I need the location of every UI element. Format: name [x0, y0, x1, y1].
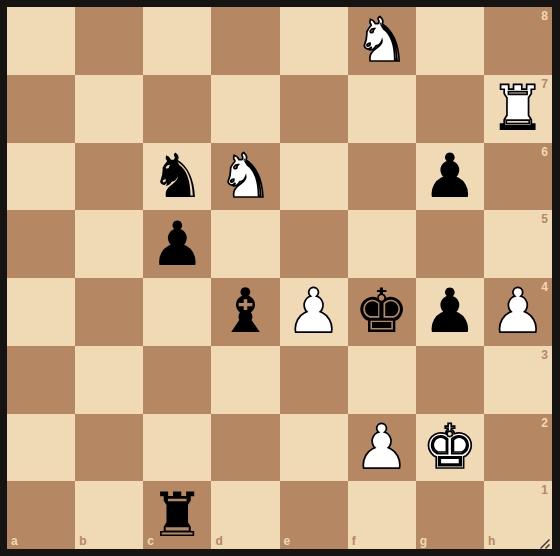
black-pawn-piece[interactable]: ♟	[422, 280, 477, 341]
square-b7[interactable]	[75, 75, 143, 143]
square-g7[interactable]	[416, 75, 484, 143]
square-c3[interactable]	[143, 346, 211, 414]
square-e3[interactable]	[280, 346, 348, 414]
square-d7[interactable]	[211, 75, 279, 143]
square-f7[interactable]	[348, 75, 416, 143]
rank-label-2: 2	[541, 417, 548, 429]
file-label-e: e	[284, 535, 291, 547]
square-d5[interactable]	[211, 210, 279, 278]
rank-label-6: 6	[541, 146, 548, 158]
square-b1[interactable]: b	[75, 481, 143, 549]
square-g3[interactable]	[416, 346, 484, 414]
square-a5[interactable]	[7, 210, 75, 278]
file-label-a: a	[11, 535, 18, 547]
square-d6[interactable]: ♞	[211, 143, 279, 211]
black-king-piece[interactable]: ♚	[354, 280, 409, 341]
square-f6[interactable]	[348, 143, 416, 211]
square-c8[interactable]	[143, 7, 211, 75]
black-rook-piece[interactable]: ♜	[150, 484, 205, 545]
square-f1[interactable]: f	[348, 481, 416, 549]
square-h4[interactable]: 4♟	[484, 278, 552, 346]
square-c6[interactable]: ♞	[143, 143, 211, 211]
board-resize-handle-icon[interactable]	[539, 536, 551, 548]
square-c4[interactable]	[143, 278, 211, 346]
square-g2[interactable]: ♚	[416, 414, 484, 482]
square-b4[interactable]	[75, 278, 143, 346]
square-g1[interactable]: g	[416, 481, 484, 549]
square-h3[interactable]: 3	[484, 346, 552, 414]
square-a6[interactable]	[7, 143, 75, 211]
square-e1[interactable]: e	[280, 481, 348, 549]
square-f2[interactable]: ♟	[348, 414, 416, 482]
white-pawn-piece[interactable]: ♟	[354, 416, 409, 477]
white-rook-piece[interactable]: ♜	[491, 77, 546, 138]
white-king-piece[interactable]: ♚	[422, 416, 477, 477]
square-f5[interactable]	[348, 210, 416, 278]
file-label-g: g	[420, 535, 427, 547]
black-pawn-piece[interactable]: ♟	[150, 213, 205, 274]
rank-label-1: 1	[541, 484, 548, 496]
square-f3[interactable]	[348, 346, 416, 414]
square-d8[interactable]	[211, 7, 279, 75]
square-d2[interactable]	[211, 414, 279, 482]
file-label-b: b	[79, 535, 86, 547]
chess-board: ♞87♜♞♞♟6♟5♝♟♚♟4♟3♟♚2abc♜defg1h	[7, 7, 552, 549]
square-g6[interactable]: ♟	[416, 143, 484, 211]
white-knight-piece[interactable]: ♞	[354, 9, 409, 70]
white-pawn-piece[interactable]: ♟	[286, 280, 341, 341]
square-a7[interactable]	[7, 75, 75, 143]
rank-label-5: 5	[541, 213, 548, 225]
square-e8[interactable]	[280, 7, 348, 75]
square-h1[interactable]: 1h	[484, 481, 552, 549]
square-b6[interactable]	[75, 143, 143, 211]
square-e7[interactable]	[280, 75, 348, 143]
chess-board-frame: ♞87♜♞♞♟6♟5♝♟♚♟4♟3♟♚2abc♜defg1h	[0, 0, 560, 556]
square-e4[interactable]: ♟	[280, 278, 348, 346]
black-bishop-piece[interactable]: ♝	[218, 280, 273, 341]
square-g5[interactable]	[416, 210, 484, 278]
black-knight-piece[interactable]: ♞	[150, 145, 205, 206]
square-d1[interactable]: d	[211, 481, 279, 549]
square-b3[interactable]	[75, 346, 143, 414]
square-e6[interactable]	[280, 143, 348, 211]
square-f8[interactable]: ♞	[348, 7, 416, 75]
file-label-f: f	[352, 535, 356, 547]
square-h8[interactable]: 8	[484, 7, 552, 75]
white-pawn-piece[interactable]: ♟	[491, 280, 546, 341]
square-b8[interactable]	[75, 7, 143, 75]
square-h2[interactable]: 2	[484, 414, 552, 482]
square-g8[interactable]	[416, 7, 484, 75]
square-e2[interactable]	[280, 414, 348, 482]
square-g4[interactable]: ♟	[416, 278, 484, 346]
square-d4[interactable]: ♝	[211, 278, 279, 346]
square-a2[interactable]	[7, 414, 75, 482]
square-f4[interactable]: ♚	[348, 278, 416, 346]
file-label-d: d	[215, 535, 222, 547]
black-pawn-piece[interactable]: ♟	[422, 145, 477, 206]
square-a4[interactable]	[7, 278, 75, 346]
square-h5[interactable]: 5	[484, 210, 552, 278]
square-c7[interactable]	[143, 75, 211, 143]
square-c1[interactable]: c♜	[143, 481, 211, 549]
square-c5[interactable]: ♟	[143, 210, 211, 278]
square-b2[interactable]	[75, 414, 143, 482]
square-a3[interactable]	[7, 346, 75, 414]
square-h7[interactable]: 7♜	[484, 75, 552, 143]
square-b5[interactable]	[75, 210, 143, 278]
rank-label-3: 3	[541, 349, 548, 361]
square-c2[interactable]	[143, 414, 211, 482]
square-a1[interactable]: a	[7, 481, 75, 549]
rank-label-8: 8	[541, 10, 548, 22]
square-d3[interactable]	[211, 346, 279, 414]
square-a8[interactable]	[7, 7, 75, 75]
white-knight-piece[interactable]: ♞	[218, 145, 273, 206]
square-h6[interactable]: 6	[484, 143, 552, 211]
file-label-h: h	[488, 535, 495, 547]
square-e5[interactable]	[280, 210, 348, 278]
